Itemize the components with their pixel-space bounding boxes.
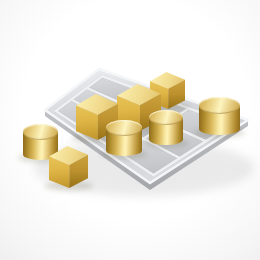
piece-cylinder-r0c2[interactable] [199,97,240,135]
cylinder-top-face [23,124,58,140]
product-photo-scene [0,0,260,260]
cylinder-top-face [106,120,142,136]
off-board-piece-cube[interactable] [49,146,88,188]
piece-cylinder-r2c2[interactable] [106,120,142,156]
piece-cylinder-r1c2[interactable] [149,110,183,145]
cylinder-top-face [199,97,240,114]
